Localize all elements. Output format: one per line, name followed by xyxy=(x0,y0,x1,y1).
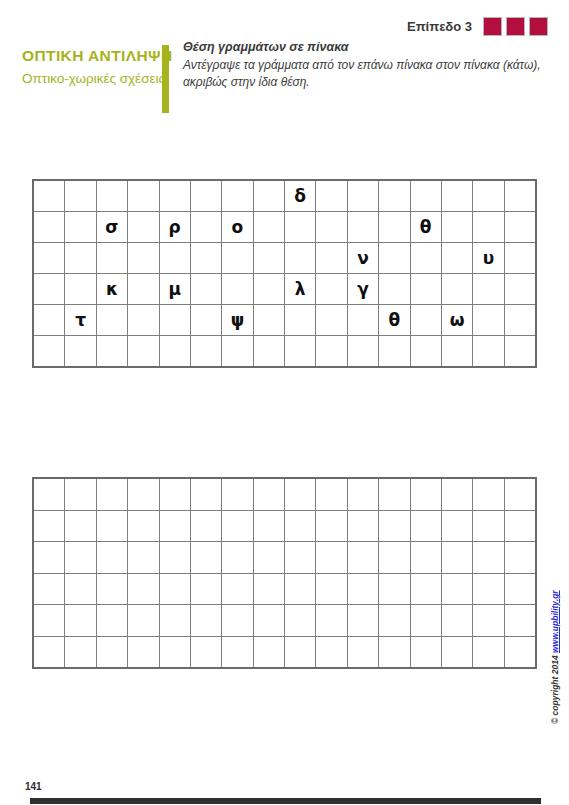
level-square xyxy=(483,17,502,36)
answer-grid-cell xyxy=(379,479,409,510)
source-grid-cell xyxy=(316,212,346,242)
answer-grid-cell xyxy=(473,542,503,573)
answer-grid-cell xyxy=(222,574,252,605)
source-grid-cell xyxy=(128,274,158,304)
source-grid-cell: κ xyxy=(97,274,127,304)
answer-grid-cell xyxy=(97,511,127,542)
answer-grid-cell xyxy=(505,511,535,542)
answer-grid-cell xyxy=(34,479,64,510)
answer-grid-cell xyxy=(254,479,284,510)
answer-grid-cell xyxy=(411,574,441,605)
answer-grid-cell xyxy=(348,479,378,510)
instructions-line-1: Αντέγραψε τα γράμματα από τον επάνω πίνα… xyxy=(183,57,553,74)
source-grid-cell xyxy=(160,336,190,366)
source-grid-cell: λ xyxy=(285,274,315,304)
source-grid-cell xyxy=(191,243,221,273)
answer-grid-cell xyxy=(97,542,127,573)
answer-grid-cell xyxy=(191,511,221,542)
source-grid-cell xyxy=(411,305,441,335)
answer-grid-cell xyxy=(316,637,346,668)
answer-grid-cell xyxy=(411,605,441,636)
answer-grid-cell xyxy=(128,511,158,542)
answer-grid-cell xyxy=(97,479,127,510)
source-grid-cell xyxy=(473,181,503,211)
answer-grid-cell xyxy=(97,574,127,605)
answer-grid-cell xyxy=(285,605,315,636)
source-grid-cell xyxy=(442,274,472,304)
answer-letter-grid xyxy=(32,477,537,669)
answer-grid-cell xyxy=(160,605,190,636)
source-grid-cell xyxy=(191,336,221,366)
answer-grid-cell xyxy=(34,637,64,668)
source-grid-cell xyxy=(222,336,252,366)
answer-grid-cell xyxy=(411,511,441,542)
source-grid-cell xyxy=(505,212,535,242)
answer-grid-cell xyxy=(348,574,378,605)
exercise-title: Θέση γραμμάτων σε πίνακα xyxy=(183,40,553,54)
level-badge: Επίπεδο 3 xyxy=(407,16,548,37)
source-grid-cell xyxy=(285,212,315,242)
source-grid-cell xyxy=(379,274,409,304)
answer-grid-cell xyxy=(254,605,284,636)
answer-grid-cell xyxy=(348,511,378,542)
answer-grid-cell xyxy=(505,574,535,605)
source-grid-cell xyxy=(379,212,409,242)
category-subtitle: Οπτικο-χωρικές σχέσεις xyxy=(22,71,160,86)
source-grid-cell xyxy=(160,305,190,335)
source-grid-cell xyxy=(65,336,95,366)
source-grid-cell: σ xyxy=(97,212,127,242)
source-grid-cell xyxy=(128,181,158,211)
answer-grid-cell xyxy=(442,605,472,636)
source-grid-cell: υ xyxy=(473,243,503,273)
answer-grid-cell xyxy=(191,637,221,668)
answer-grid-cell xyxy=(285,574,315,605)
source-grid-cell: ψ xyxy=(222,305,252,335)
answer-grid-cell xyxy=(254,511,284,542)
answer-grid-cell xyxy=(379,511,409,542)
answer-grid-cell xyxy=(34,605,64,636)
answer-grid-cell xyxy=(473,479,503,510)
answer-grid-cell xyxy=(505,605,535,636)
source-grid-cell xyxy=(97,243,127,273)
source-grid-cell: ρ xyxy=(160,212,190,242)
source-grid-cell xyxy=(191,212,221,242)
answer-grid-cell xyxy=(34,574,64,605)
source-grid-cell xyxy=(442,212,472,242)
answer-grid-cell xyxy=(316,574,346,605)
source-grid-cell xyxy=(34,181,64,211)
answer-grid-cell xyxy=(348,637,378,668)
copyright-prefix: © copyright 2014 xyxy=(550,653,560,724)
source-grid-cell xyxy=(285,336,315,366)
source-grid-cell xyxy=(348,305,378,335)
answer-grid-cell xyxy=(128,542,158,573)
source-grid-cell xyxy=(285,305,315,335)
instructions-line-2: ακριβώς στην ίδια θέση. xyxy=(183,74,553,91)
source-grid-cell xyxy=(97,181,127,211)
source-grid-cell xyxy=(97,336,127,366)
source-grid-cell xyxy=(191,305,221,335)
answer-grid-cell xyxy=(442,511,472,542)
answer-grid-cell xyxy=(379,605,409,636)
answer-grid-cell xyxy=(316,605,346,636)
source-grid-cell: θ xyxy=(411,212,441,242)
answer-grid-cell xyxy=(411,542,441,573)
answer-grid-cell xyxy=(160,574,190,605)
source-grid-cell xyxy=(442,336,472,366)
source-grid-cell: τ xyxy=(65,305,95,335)
source-grid-cell xyxy=(160,243,190,273)
source-grid-cell: θ xyxy=(379,305,409,335)
source-grid-cell xyxy=(473,212,503,242)
answer-grid-cell xyxy=(160,637,190,668)
source-grid-cell xyxy=(411,181,441,211)
answer-grid-cell xyxy=(254,574,284,605)
answer-grid-cell xyxy=(128,479,158,510)
source-grid-cell xyxy=(316,181,346,211)
source-grid-cell xyxy=(222,274,252,304)
answer-grid-cell xyxy=(191,574,221,605)
source-grid-cell xyxy=(222,181,252,211)
answer-grid-cell xyxy=(65,479,95,510)
source-grid-cell xyxy=(191,274,221,304)
answer-grid-cell xyxy=(160,542,190,573)
source-grid-cell xyxy=(442,243,472,273)
source-grid-cell xyxy=(97,305,127,335)
source-grid-cell xyxy=(160,181,190,211)
source-grid-cell xyxy=(222,243,252,273)
exercise-block: Θέση γραμμάτων σε πίνακα Αντέγραψε τα γρ… xyxy=(183,40,553,91)
source-grid-cell xyxy=(254,274,284,304)
source-grid-cell xyxy=(254,181,284,211)
answer-grid-cell xyxy=(254,637,284,668)
answer-grid-cell xyxy=(65,637,95,668)
answer-grid-cell xyxy=(316,542,346,573)
answer-grid-cell xyxy=(254,542,284,573)
source-grid-cell xyxy=(34,274,64,304)
answer-grid-cell xyxy=(348,605,378,636)
source-grid-cell xyxy=(128,305,158,335)
source-grid-cell xyxy=(505,336,535,366)
source-grid-cell xyxy=(128,243,158,273)
level-label: Επίπεδο 3 xyxy=(407,16,472,37)
source-grid-cell xyxy=(505,305,535,335)
source-grid-cell xyxy=(65,274,95,304)
answer-grid-cell xyxy=(473,605,503,636)
source-grid-cell xyxy=(348,181,378,211)
answer-grid-cell xyxy=(65,542,95,573)
answer-grid-cell xyxy=(34,511,64,542)
source-grid-cell xyxy=(505,243,535,273)
source-grid-cell xyxy=(316,305,346,335)
answer-grid-cell xyxy=(97,637,127,668)
source-grid-cell xyxy=(34,212,64,242)
answer-grid-cell xyxy=(411,479,441,510)
answer-grid-cell xyxy=(285,479,315,510)
source-grid-cell xyxy=(254,336,284,366)
source-grid-cell xyxy=(379,243,409,273)
answer-grid-cell xyxy=(473,574,503,605)
footer-bar xyxy=(30,798,541,804)
answer-grid-cell xyxy=(316,479,346,510)
answer-grid-cell xyxy=(379,637,409,668)
answer-grid-cell xyxy=(411,637,441,668)
answer-grid-cell xyxy=(285,542,315,573)
answer-grid-cell xyxy=(128,637,158,668)
source-grid-cell xyxy=(316,274,346,304)
source-grid-cell xyxy=(65,243,95,273)
source-grid-cell: ν xyxy=(348,243,378,273)
source-grid-cell xyxy=(254,305,284,335)
copyright-text: © copyright 2014 www.upbility.gr xyxy=(550,574,560,724)
answer-grid-cell xyxy=(285,511,315,542)
answer-grid-cell xyxy=(160,479,190,510)
source-grid-cell xyxy=(254,212,284,242)
source-grid-cell xyxy=(505,181,535,211)
answer-grid-cell xyxy=(191,542,221,573)
source-grid-cell xyxy=(505,274,535,304)
answer-grid-cell xyxy=(505,479,535,510)
source-grid-cell xyxy=(254,243,284,273)
answer-grid-cell xyxy=(285,637,315,668)
source-grid-cell xyxy=(34,305,64,335)
source-grid-cell xyxy=(411,243,441,273)
source-grid-cell: ω xyxy=(442,305,472,335)
answer-grid-cell xyxy=(222,511,252,542)
source-grid-cell xyxy=(34,336,64,366)
answer-grid-cell xyxy=(34,542,64,573)
answer-grid-cell xyxy=(160,511,190,542)
answer-grid-cell xyxy=(442,479,472,510)
source-grid-cell xyxy=(442,181,472,211)
source-grid-cell xyxy=(348,212,378,242)
source-grid-cell xyxy=(473,274,503,304)
level-square xyxy=(529,17,548,36)
answer-grid-cell xyxy=(128,605,158,636)
answer-grid-cell xyxy=(379,542,409,573)
category-block: ΟΠΤΙΚΗ ΑΝΤΙΛΗΨΗ Οπτικο-χωρικές σχέσεις xyxy=(22,47,160,86)
answer-grid-cell xyxy=(505,542,535,573)
answer-grid-cell xyxy=(191,605,221,636)
level-square xyxy=(506,17,525,36)
source-grid-cell: δ xyxy=(285,181,315,211)
upbility-link[interactable]: www.upbility.gr xyxy=(550,590,560,653)
source-grid-cell xyxy=(473,336,503,366)
source-grid-cell xyxy=(285,243,315,273)
source-grid-cell xyxy=(411,336,441,366)
answer-grid-cell xyxy=(65,574,95,605)
category-title: ΟΠΤΙΚΗ ΑΝΤΙΛΗΨΗ xyxy=(22,47,160,65)
source-grid-cell xyxy=(379,181,409,211)
source-grid-cell xyxy=(65,181,95,211)
source-grid-cell xyxy=(379,336,409,366)
answer-grid-cell xyxy=(65,511,95,542)
answer-grid-cell xyxy=(65,605,95,636)
answer-grid-cell xyxy=(442,637,472,668)
source-grid-cell: γ xyxy=(348,274,378,304)
source-grid-cell xyxy=(473,305,503,335)
source-grid-cell xyxy=(191,181,221,211)
source-grid-cell xyxy=(128,336,158,366)
source-grid-cell xyxy=(348,336,378,366)
source-letter-grid: δσροθνυκμλγτψθω xyxy=(32,179,537,368)
answer-grid-cell xyxy=(379,574,409,605)
source-grid-cell xyxy=(34,243,64,273)
divider-bar xyxy=(162,45,169,113)
answer-grid-cell xyxy=(473,637,503,668)
source-grid-cell xyxy=(65,212,95,242)
source-grid-cell: μ xyxy=(160,274,190,304)
answer-grid-cell xyxy=(316,511,346,542)
source-grid-cell xyxy=(411,274,441,304)
answer-grid-cell xyxy=(222,542,252,573)
source-grid-cell xyxy=(316,243,346,273)
answer-grid-cell xyxy=(191,479,221,510)
answer-grid-cell xyxy=(442,574,472,605)
answer-grid-cell xyxy=(128,574,158,605)
answer-grid-cell xyxy=(222,637,252,668)
answer-grid-cell xyxy=(222,479,252,510)
answer-grid-cell xyxy=(442,542,472,573)
source-grid-cell xyxy=(316,336,346,366)
answer-grid-cell xyxy=(222,605,252,636)
answer-grid-cell xyxy=(348,542,378,573)
answer-grid-cell xyxy=(97,605,127,636)
answer-grid-cell xyxy=(505,637,535,668)
source-grid-cell: ο xyxy=(222,212,252,242)
answer-grid-cell xyxy=(473,511,503,542)
page-number: 141 xyxy=(25,781,42,792)
source-grid-cell xyxy=(128,212,158,242)
